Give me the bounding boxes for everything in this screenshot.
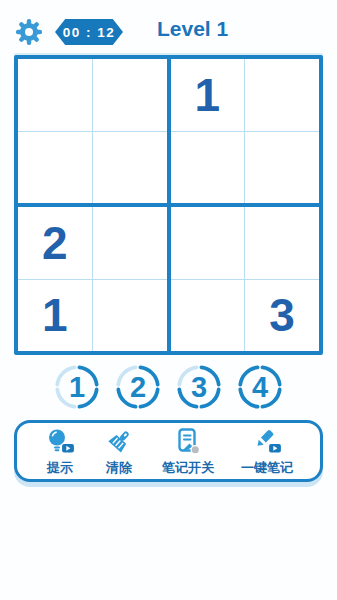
number-button-4[interactable]: 4 xyxy=(236,363,284,411)
tool-label: 提示 xyxy=(47,460,73,476)
page-title: Level 1 xyxy=(157,17,228,41)
number-button-label: 1 xyxy=(53,363,101,411)
number-button-label: 2 xyxy=(114,363,162,411)
number-button-row: 1234 xyxy=(0,363,337,411)
tool-label: 笔记开关 xyxy=(162,460,214,476)
tool-label: 清除 xyxy=(106,460,132,476)
sudoku-box-3: 3 xyxy=(171,207,320,351)
grid-cell-r1c3[interactable]: 1 xyxy=(171,59,245,131)
number-button-2[interactable]: 2 xyxy=(114,363,162,411)
given-number: 1 xyxy=(195,72,221,118)
tool-label: 一键笔记 xyxy=(241,460,293,476)
given-number: 3 xyxy=(269,292,295,338)
number-button-label: 4 xyxy=(236,363,284,411)
given-number: 2 xyxy=(42,220,68,266)
grid-cell-r1c2[interactable] xyxy=(93,59,167,131)
given-number: 1 xyxy=(42,292,68,338)
grid-cell-r3c1[interactable]: 2 xyxy=(18,207,92,279)
auto-notes-button[interactable]: 一键笔记 xyxy=(241,427,293,476)
notes-toggle-icon xyxy=(172,427,204,460)
grid-cell-r4c3[interactable] xyxy=(171,280,245,352)
lightbulb-video-icon xyxy=(44,427,76,460)
clear-button[interactable]: 清除 xyxy=(103,427,135,476)
settings-gear-icon[interactable] xyxy=(15,18,43,46)
clean-brush-icon xyxy=(103,427,135,460)
hint-button[interactable]: 提示 xyxy=(44,427,76,476)
grid-cell-r4c4[interactable]: 3 xyxy=(245,280,319,352)
gear-icon xyxy=(15,18,43,46)
grid-cell-r2c4[interactable] xyxy=(245,132,319,204)
timer-badge: 00 : 12 xyxy=(55,19,123,45)
sudoku-box-0 xyxy=(18,59,167,203)
grid-cell-r2c1[interactable] xyxy=(18,132,92,204)
grid-cell-r3c4[interactable] xyxy=(245,207,319,279)
sudoku-box-2: 21 xyxy=(18,207,167,351)
grid-cell-r3c3[interactable] xyxy=(171,207,245,279)
pencil-video-icon xyxy=(251,427,283,460)
notes-toggle-button[interactable]: 笔记开关 xyxy=(162,427,214,476)
grid-cell-r3c2[interactable] xyxy=(93,207,167,279)
timer-value: 00 : 12 xyxy=(63,25,116,40)
number-button-label: 3 xyxy=(175,363,223,411)
grid-cell-r2c2[interactable] xyxy=(93,132,167,204)
bottom-toolbar: 提示清除笔记开关一键笔记 xyxy=(14,420,323,482)
grid-cell-r1c1[interactable] xyxy=(18,59,92,131)
number-button-1[interactable]: 1 xyxy=(53,363,101,411)
grid-cell-r4c2[interactable] xyxy=(93,280,167,352)
grid-cell-r2c3[interactable] xyxy=(171,132,245,204)
grid-cell-r1c4[interactable] xyxy=(245,59,319,131)
grid-cell-r4c1[interactable]: 1 xyxy=(18,280,92,352)
sudoku-box-1: 1 xyxy=(171,59,320,203)
sudoku-grid: 1213 xyxy=(14,55,323,355)
sudoku-app-screen: 00 : 12 Level 1 1213 1234 提示清除笔记开关一键笔记 xyxy=(0,0,337,600)
number-button-3[interactable]: 3 xyxy=(175,363,223,411)
